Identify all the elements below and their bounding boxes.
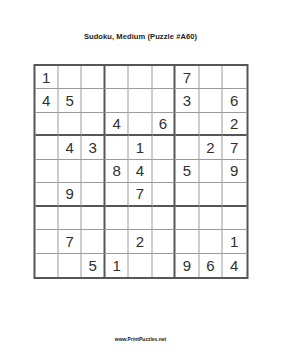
sudoku-cell-given: 9 [223, 160, 246, 183]
sudoku-cell-given: 7 [129, 183, 152, 206]
sudoku-cell-empty[interactable] [152, 230, 175, 253]
sudoku-cell-empty[interactable] [129, 66, 152, 89]
sudoku-cell-empty[interactable] [105, 136, 128, 159]
sudoku-cell-given: 9 [58, 183, 81, 206]
sudoku-cell-given: 4 [129, 160, 152, 183]
sudoku-cell-given: 7 [223, 136, 246, 159]
sudoku-cell-given: 4 [35, 89, 58, 112]
sudoku-cell-empty[interactable] [58, 160, 81, 183]
sudoku-cell-empty[interactable] [105, 230, 128, 253]
puzzle-page: Sudoku, Medium (Puzzle #A60) 17453646243… [0, 0, 281, 363]
sudoku-cell-empty[interactable] [35, 113, 58, 136]
sudoku-cell-empty[interactable] [176, 183, 199, 206]
sudoku-cell-given: 5 [82, 254, 105, 277]
sudoku-cell-empty[interactable] [199, 89, 222, 112]
sudoku-cell-given: 6 [223, 89, 246, 112]
sudoku-cell-empty[interactable] [82, 66, 105, 89]
page-title: Sudoku, Medium (Puzzle #A60) [0, 32, 281, 41]
sudoku-cell-given: 7 [58, 230, 81, 253]
sudoku-cell-empty[interactable] [223, 66, 246, 89]
sudoku-cell-empty[interactable] [35, 160, 58, 183]
sudoku-cell-empty[interactable] [35, 254, 58, 277]
sudoku-cell-empty[interactable] [152, 207, 175, 230]
sudoku-cell-empty[interactable] [105, 89, 128, 112]
sudoku-cell-empty[interactable] [176, 230, 199, 253]
sudoku-cell-given: 1 [223, 230, 246, 253]
sudoku-cell-empty[interactable] [152, 89, 175, 112]
sudoku-cell-given: 5 [176, 160, 199, 183]
sudoku-cell-empty[interactable] [176, 136, 199, 159]
sudoku-cell-empty[interactable] [58, 113, 81, 136]
sudoku-cell-empty[interactable] [35, 207, 58, 230]
sudoku-cell-empty[interactable] [129, 207, 152, 230]
sudoku-cell-empty[interactable] [58, 207, 81, 230]
sudoku-cell-given: 2 [199, 136, 222, 159]
sudoku-cell-empty[interactable] [199, 113, 222, 136]
sudoku-cell-empty[interactable] [152, 136, 175, 159]
sudoku-cell-empty[interactable] [199, 66, 222, 89]
sudoku-cell-empty[interactable] [199, 183, 222, 206]
sudoku-cell-given: 6 [152, 113, 175, 136]
sudoku-cell-empty[interactable] [82, 230, 105, 253]
sudoku-cell-empty[interactable] [223, 183, 246, 206]
sudoku-cell-given: 2 [129, 230, 152, 253]
sudoku-cell-empty[interactable] [129, 89, 152, 112]
sudoku-cell-empty[interactable] [152, 160, 175, 183]
sudoku-cell-empty[interactable] [58, 254, 81, 277]
sudoku-cell-empty[interactable] [152, 66, 175, 89]
sudoku-cell-given: 5 [58, 89, 81, 112]
sudoku-cell-given: 3 [82, 136, 105, 159]
sudoku-cell-empty[interactable] [82, 113, 105, 136]
sudoku-cell-given: 4 [105, 113, 128, 136]
sudoku-cell-empty[interactable] [105, 183, 128, 206]
sudoku-cell-given: 4 [58, 136, 81, 159]
sudoku-cell-empty[interactable] [82, 207, 105, 230]
sudoku-cell-given: 8 [105, 160, 128, 183]
sudoku-board: 1745364624312784599772151964 [33, 64, 248, 279]
sudoku-cell-given: 4 [223, 254, 246, 277]
sudoku-cell-given: 7 [176, 66, 199, 89]
sudoku-cell-empty[interactable] [176, 207, 199, 230]
sudoku-cell-given: 1 [129, 136, 152, 159]
sudoku-cell-given: 1 [35, 66, 58, 89]
sudoku-cell-empty[interactable] [82, 183, 105, 206]
sudoku-cell-empty[interactable] [176, 113, 199, 136]
sudoku-cell-given: 1 [105, 254, 128, 277]
sudoku-cell-empty[interactable] [223, 207, 246, 230]
sudoku-cell-empty[interactable] [129, 254, 152, 277]
sudoku-cell-empty[interactable] [82, 160, 105, 183]
sudoku-cell-given: 6 [199, 254, 222, 277]
sudoku-cell-empty[interactable] [129, 113, 152, 136]
sudoku-cell-given: 9 [176, 254, 199, 277]
sudoku-cell-given: 2 [223, 113, 246, 136]
sudoku-cell-empty[interactable] [82, 89, 105, 112]
sudoku-cell-empty[interactable] [35, 183, 58, 206]
sudoku-cell-empty[interactable] [35, 136, 58, 159]
sudoku-cell-empty[interactable] [35, 230, 58, 253]
sudoku-cell-empty[interactable] [199, 207, 222, 230]
sudoku-cell-given: 3 [176, 89, 199, 112]
sudoku-cell-empty[interactable] [152, 183, 175, 206]
sudoku-cell-empty[interactable] [105, 207, 128, 230]
sudoku-cell-empty[interactable] [152, 254, 175, 277]
sudoku-cell-empty[interactable] [58, 66, 81, 89]
sudoku-cell-empty[interactable] [105, 66, 128, 89]
sudoku-cell-empty[interactable] [199, 160, 222, 183]
sudoku-cell-empty[interactable] [199, 230, 222, 253]
footer-url: www.PrintPuzzles.net [0, 336, 281, 342]
